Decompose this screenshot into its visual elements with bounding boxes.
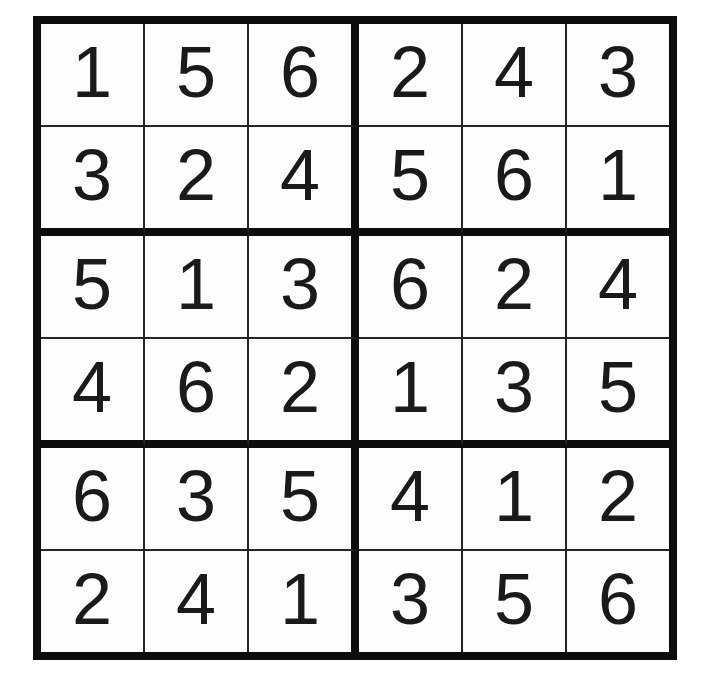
- sudoku-cell-r6c2: 4: [145, 551, 249, 652]
- sudoku-cell-r2c2: 2: [145, 127, 249, 236]
- sudoku-cell-r5c1: 6: [41, 448, 145, 551]
- sudoku-cell-r5c5: 1: [463, 448, 567, 551]
- sudoku-cell-r6c4: 3: [359, 551, 463, 652]
- sudoku-cell-r3c5: 2: [463, 236, 567, 339]
- sudoku-cell-r1c6: 3: [567, 24, 669, 127]
- sudoku-cell-r3c4: 6: [359, 236, 463, 339]
- sudoku-cell-r5c3: 5: [249, 448, 359, 551]
- sudoku-cell-r5c6: 2: [567, 448, 669, 551]
- sudoku-cell-r6c5: 5: [463, 551, 567, 652]
- sudoku-cell-r1c3: 6: [249, 24, 359, 127]
- sudoku-cell-r2c6: 1: [567, 127, 669, 236]
- sudoku-board: 156243324561513624462135635412241356: [33, 16, 677, 660]
- sudoku-cell-r1c2: 5: [145, 24, 249, 127]
- sudoku-cell-r4c3: 2: [249, 339, 359, 448]
- sudoku-cell-r5c4: 4: [359, 448, 463, 551]
- sudoku-cell-r1c5: 4: [463, 24, 567, 127]
- sudoku-cell-r2c4: 5: [359, 127, 463, 236]
- sudoku-cell-r3c2: 1: [145, 236, 249, 339]
- sudoku-cell-r2c1: 3: [41, 127, 145, 236]
- sudoku-cell-r6c6: 6: [567, 551, 669, 652]
- sudoku-cell-r4c4: 1: [359, 339, 463, 448]
- sudoku-cell-r6c3: 1: [249, 551, 359, 652]
- sudoku-cell-r3c3: 3: [249, 236, 359, 339]
- sudoku-cell-r1c4: 2: [359, 24, 463, 127]
- sudoku-cell-r4c1: 4: [41, 339, 145, 448]
- sudoku-cell-r2c5: 6: [463, 127, 567, 236]
- sudoku-cell-r1c1: 1: [41, 24, 145, 127]
- sudoku-cell-r3c1: 5: [41, 236, 145, 339]
- sudoku-cell-r2c3: 4: [249, 127, 359, 236]
- sudoku-cell-r4c2: 6: [145, 339, 249, 448]
- sudoku-cell-r3c6: 4: [567, 236, 669, 339]
- sudoku-cell-r4c6: 5: [567, 339, 669, 448]
- sudoku-cell-r5c2: 3: [145, 448, 249, 551]
- sudoku-cell-r4c5: 3: [463, 339, 567, 448]
- sudoku-cell-r6c1: 2: [41, 551, 145, 652]
